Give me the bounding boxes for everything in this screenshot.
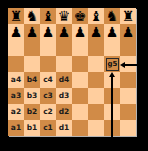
black-bishop: ♝	[90, 8, 103, 24]
square-e2	[72, 104, 88, 120]
square-a8: ♜	[8, 8, 24, 24]
black-knight: ♞	[106, 8, 119, 24]
square-label-c4: c4	[43, 72, 53, 88]
black-pawn: ♟	[10, 24, 23, 40]
square-label-a3: a3	[11, 88, 21, 104]
black-rook: ♜	[122, 8, 135, 24]
square-label-d1: d1	[59, 120, 70, 136]
square-h6	[120, 40, 136, 56]
black-queen: ♛	[58, 8, 71, 24]
square-c5	[40, 56, 56, 72]
chess-board: ♜♞♝♛♚♝♞♜♟♟♟♟♟♟♟♟a4b4c4d4a3b3c3d3a2b2c2d2…	[8, 8, 136, 136]
square-label-c3: c3	[43, 88, 53, 104]
black-king: ♚	[74, 8, 87, 24]
square-e5	[72, 56, 88, 72]
g5-vertical-arrow-line	[111, 77, 113, 137]
square-c6	[40, 40, 56, 56]
square-b5	[24, 56, 40, 72]
square-c2: c2	[40, 104, 56, 120]
g5-callout-box: g5	[106, 58, 119, 71]
square-a4: a4	[8, 72, 24, 88]
square-c4: c4	[40, 72, 56, 88]
square-f6	[88, 40, 104, 56]
square-c1: c1	[40, 120, 56, 136]
black-knight: ♞	[26, 8, 39, 24]
square-label-c1: c1	[43, 120, 53, 136]
square-d3: d3	[56, 88, 72, 104]
square-b3: b3	[24, 88, 40, 104]
square-e4	[72, 72, 88, 88]
square-label-b4: b4	[27, 72, 38, 88]
square-label-a1: a1	[11, 120, 21, 136]
square-f4	[88, 72, 104, 88]
square-h8: ♜	[120, 8, 136, 24]
square-e6	[72, 40, 88, 56]
square-label-d3: d3	[59, 88, 70, 104]
square-f5	[88, 56, 104, 72]
chess-notation-diagram: ♜♞♝♛♚♝♞♜♟♟♟♟♟♟♟♟a4b4c4d4a3b3c3d3a2b2c2d2…	[0, 0, 148, 151]
square-label-d2: d2	[59, 104, 70, 120]
square-label-a2: a2	[11, 104, 21, 120]
square-h7: ♟	[120, 24, 136, 40]
square-label-c2: c2	[43, 104, 53, 120]
black-pawn: ♟	[106, 24, 119, 40]
black-pawn: ♟	[58, 24, 71, 40]
square-b1: b1	[24, 120, 40, 136]
square-label-b1: b1	[27, 120, 38, 136]
square-a2: a2	[8, 104, 24, 120]
square-c3: c3	[40, 88, 56, 104]
square-a5	[8, 56, 24, 72]
square-g6	[104, 40, 120, 56]
square-a7: ♟	[8, 24, 24, 40]
square-d4: d4	[56, 72, 72, 88]
square-d8: ♛	[56, 8, 72, 24]
black-bishop: ♝	[42, 8, 55, 24]
square-b6	[24, 40, 40, 56]
square-h4	[120, 72, 136, 88]
square-e3	[72, 88, 88, 104]
square-e8: ♚	[72, 8, 88, 24]
g5-vertical-arrow-head-icon	[109, 72, 115, 77]
square-f3	[88, 88, 104, 104]
square-h2	[120, 104, 136, 120]
square-c8: ♝	[40, 8, 56, 24]
g5-horizontal-arrow-head-icon	[120, 62, 125, 68]
square-a1: a1	[8, 120, 24, 136]
square-b4: b4	[24, 72, 40, 88]
black-rook: ♜	[10, 8, 23, 24]
square-b7: ♟	[24, 24, 40, 40]
square-f2	[88, 104, 104, 120]
black-pawn: ♟	[26, 24, 39, 40]
square-a3: a3	[8, 88, 24, 104]
square-e1	[72, 120, 88, 136]
black-pawn: ♟	[90, 24, 103, 40]
square-h1	[120, 120, 136, 136]
g5-horizontal-arrow-line	[124, 64, 148, 66]
square-b8: ♞	[24, 8, 40, 24]
square-f8: ♝	[88, 8, 104, 24]
square-d7: ♟	[56, 24, 72, 40]
square-g8: ♞	[104, 8, 120, 24]
square-d1: d1	[56, 120, 72, 136]
square-a6	[8, 40, 24, 56]
square-label-b3: b3	[27, 88, 38, 104]
black-pawn: ♟	[122, 24, 135, 40]
square-label-a4: a4	[11, 72, 21, 88]
square-d6	[56, 40, 72, 56]
black-pawn: ♟	[42, 24, 55, 40]
black-pawn: ♟	[74, 24, 87, 40]
square-b2: b2	[24, 104, 40, 120]
square-label-d4: d4	[59, 72, 70, 88]
square-d2: d2	[56, 104, 72, 120]
square-h3	[120, 88, 136, 104]
square-f7: ♟	[88, 24, 104, 40]
square-f1	[88, 120, 104, 136]
square-e7: ♟	[72, 24, 88, 40]
square-g7: ♟	[104, 24, 120, 40]
g5-callout-label: g5	[108, 59, 118, 70]
square-label-b2: b2	[27, 104, 38, 120]
square-c7: ♟	[40, 24, 56, 40]
square-d5	[56, 56, 72, 72]
